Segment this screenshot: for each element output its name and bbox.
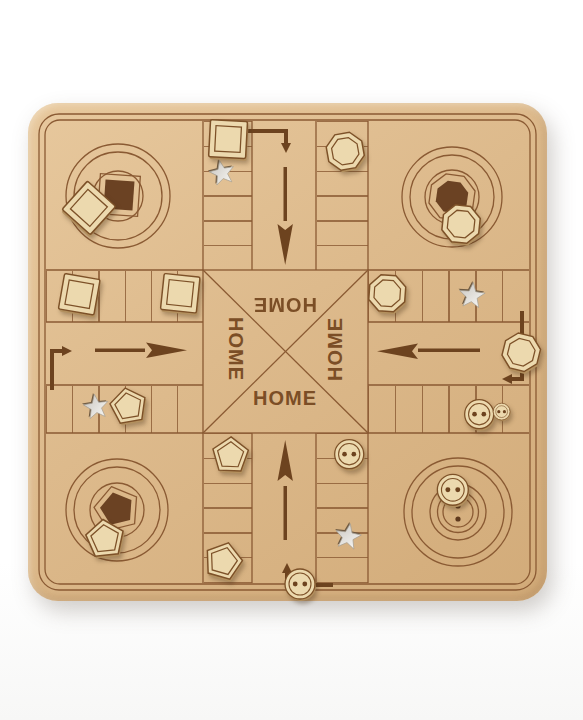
home-label-bottom: HOME <box>245 387 325 409</box>
piece-button-2[interactable] <box>426 463 480 521</box>
piece-square-2[interactable] <box>58 177 120 243</box>
piece-badge-4[interactable] <box>492 323 551 386</box>
piece-pentagon-3[interactable] <box>202 427 259 488</box>
red-die[interactable] <box>263 311 328 384</box>
piece-square-1[interactable] <box>198 109 258 173</box>
piece-pentagon-2[interactable] <box>75 509 135 573</box>
home-label-left: HOME <box>225 309 247 389</box>
piece-pentagon-4[interactable] <box>194 532 253 595</box>
piece-badge-3[interactable] <box>358 264 417 327</box>
piece-square-4[interactable] <box>151 264 210 327</box>
ludo-board: HOME HOME HOME HOME <box>28 103 547 601</box>
piece-square-3[interactable] <box>50 265 109 328</box>
cutout-star-right <box>450 274 494 322</box>
piece-badge-1[interactable] <box>316 122 375 185</box>
cutout-star-bottom <box>326 515 370 563</box>
piece-button-3[interactable] <box>274 558 326 614</box>
piece-badge-2[interactable] <box>431 194 491 258</box>
piece-button-1[interactable] <box>324 429 374 483</box>
piece-pentagon-1[interactable] <box>100 378 157 439</box>
piece-button-small[interactable] <box>487 397 516 430</box>
product-photo: HOME HOME HOME HOME <box>0 0 583 720</box>
